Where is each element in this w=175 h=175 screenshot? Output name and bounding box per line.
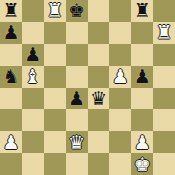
- square-f8[interactable]: [109, 0, 131, 22]
- square-e7[interactable]: [88, 22, 110, 44]
- black-pawn[interactable]: ♟: [2, 22, 19, 43]
- square-f4[interactable]: [109, 88, 131, 110]
- black-queen[interactable]: ♛: [90, 88, 107, 109]
- square-c5[interactable]: [44, 66, 66, 88]
- square-f2[interactable]: [109, 131, 131, 153]
- square-d5[interactable]: [66, 66, 88, 88]
- white-pawn[interactable]: ♟: [2, 132, 19, 153]
- square-c1[interactable]: [44, 153, 66, 175]
- chess-board: ♜♜♚♜♟♜♟♞♝♟♟♟♛♟♛♟♚: [0, 0, 175, 175]
- square-f1[interactable]: [109, 153, 131, 175]
- black-knight[interactable]: ♞: [2, 66, 19, 87]
- black-pawn[interactable]: ♟: [68, 88, 85, 109]
- square-g8[interactable]: ♜: [131, 0, 153, 22]
- square-g5[interactable]: ♟: [131, 66, 153, 88]
- square-h5[interactable]: [153, 66, 175, 88]
- square-e4[interactable]: ♛: [88, 88, 110, 110]
- square-a2[interactable]: ♟: [0, 131, 22, 153]
- square-f3[interactable]: [109, 109, 131, 131]
- square-f6[interactable]: [109, 44, 131, 66]
- black-pawn[interactable]: ♟: [134, 66, 151, 87]
- black-rook[interactable]: ♜: [2, 0, 19, 21]
- white-bishop[interactable]: ♝: [24, 66, 41, 87]
- white-pawn[interactable]: ♟: [134, 132, 151, 153]
- square-b5[interactable]: ♝: [22, 66, 44, 88]
- square-c7[interactable]: [44, 22, 66, 44]
- square-c2[interactable]: [44, 131, 66, 153]
- square-g6[interactable]: [131, 44, 153, 66]
- white-king[interactable]: ♚: [134, 154, 151, 175]
- white-queen[interactable]: ♛: [68, 132, 85, 153]
- square-c3[interactable]: [44, 109, 66, 131]
- square-b3[interactable]: [22, 109, 44, 131]
- square-a3[interactable]: [0, 109, 22, 131]
- white-pawn[interactable]: ♟: [112, 66, 129, 87]
- square-b1[interactable]: [22, 153, 44, 175]
- square-a8[interactable]: ♜: [0, 0, 22, 22]
- square-c4[interactable]: [44, 88, 66, 110]
- square-h1[interactable]: [153, 153, 175, 175]
- square-d7[interactable]: [66, 22, 88, 44]
- square-e3[interactable]: [88, 109, 110, 131]
- square-h7[interactable]: ♜: [153, 22, 175, 44]
- black-king[interactable]: ♚: [68, 0, 85, 21]
- square-b7[interactable]: [22, 22, 44, 44]
- square-f7[interactable]: [109, 22, 131, 44]
- square-a6[interactable]: [0, 44, 22, 66]
- square-d4[interactable]: ♟: [66, 88, 88, 110]
- square-g3[interactable]: [131, 109, 153, 131]
- square-a5[interactable]: ♞: [0, 66, 22, 88]
- square-b6[interactable]: ♟: [22, 44, 44, 66]
- square-h3[interactable]: [153, 109, 175, 131]
- square-h6[interactable]: [153, 44, 175, 66]
- square-e2[interactable]: [88, 131, 110, 153]
- square-d8[interactable]: ♚: [66, 0, 88, 22]
- square-h8[interactable]: [153, 0, 175, 22]
- square-g4[interactable]: [131, 88, 153, 110]
- square-e6[interactable]: [88, 44, 110, 66]
- square-a4[interactable]: [0, 88, 22, 110]
- square-c6[interactable]: [44, 44, 66, 66]
- square-g1[interactable]: ♚: [131, 153, 153, 175]
- square-d6[interactable]: [66, 44, 88, 66]
- square-b4[interactable]: [22, 88, 44, 110]
- square-d1[interactable]: [66, 153, 88, 175]
- black-rook[interactable]: ♜: [134, 0, 151, 21]
- square-h2[interactable]: [153, 131, 175, 153]
- square-d2[interactable]: ♛: [66, 131, 88, 153]
- white-rook[interactable]: ♜: [156, 22, 173, 43]
- square-h4[interactable]: [153, 88, 175, 110]
- square-b2[interactable]: [22, 131, 44, 153]
- square-g7[interactable]: [131, 22, 153, 44]
- square-e1[interactable]: [88, 153, 110, 175]
- square-e5[interactable]: [88, 66, 110, 88]
- square-d3[interactable]: [66, 109, 88, 131]
- square-b8[interactable]: [22, 0, 44, 22]
- square-f5[interactable]: ♟: [109, 66, 131, 88]
- square-e8[interactable]: [88, 0, 110, 22]
- square-c8[interactable]: ♜: [44, 0, 66, 22]
- square-a7[interactable]: ♟: [0, 22, 22, 44]
- square-g2[interactable]: ♟: [131, 131, 153, 153]
- black-pawn[interactable]: ♟: [24, 44, 41, 65]
- white-rook[interactable]: ♜: [46, 0, 63, 21]
- square-a1[interactable]: [0, 153, 22, 175]
